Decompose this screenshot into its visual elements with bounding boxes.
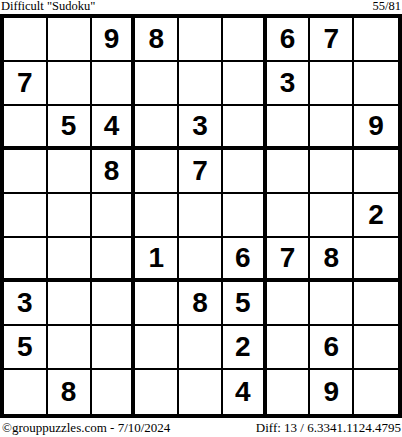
cell-r4c5[interactable]: 7 xyxy=(179,150,223,194)
cell-r1c8[interactable]: 7 xyxy=(310,18,354,62)
cell-r3c4[interactable] xyxy=(135,106,179,150)
cell-r3c7[interactable] xyxy=(267,106,311,150)
cell-r8c1[interactable]: 5 xyxy=(4,326,48,370)
cell-r5c5[interactable] xyxy=(179,194,223,238)
cell-r6c1[interactable] xyxy=(4,238,48,282)
cell-r4c1[interactable] xyxy=(4,150,48,194)
cell-r4c6[interactable] xyxy=(223,150,267,194)
cell-r5c1[interactable] xyxy=(4,194,48,238)
cell-r9c2[interactable]: 8 xyxy=(48,370,92,414)
sudoku-page: Difficult "Sudoku" 55/81 986773543987216… xyxy=(0,0,402,437)
cell-r3c5[interactable]: 3 xyxy=(179,106,223,150)
cell-r2c2[interactable] xyxy=(48,62,92,106)
cell-r8c2[interactable] xyxy=(48,326,92,370)
cell-r9c7[interactable] xyxy=(267,370,311,414)
cell-r2c9[interactable] xyxy=(354,62,398,106)
cell-r1c2[interactable] xyxy=(48,18,92,62)
cell-r6c3[interactable] xyxy=(92,238,136,282)
cell-r9c5[interactable] xyxy=(179,370,223,414)
cell-r7c6[interactable]: 5 xyxy=(223,282,267,326)
cell-r5c4[interactable] xyxy=(135,194,179,238)
cell-r9c8[interactable]: 9 xyxy=(310,370,354,414)
cell-r2c4[interactable] xyxy=(135,62,179,106)
cell-r6c2[interactable] xyxy=(48,238,92,282)
cell-r7c7[interactable] xyxy=(267,282,311,326)
cell-r3c3[interactable]: 4 xyxy=(92,106,136,150)
cell-r9c1[interactable] xyxy=(4,370,48,414)
cell-r9c4[interactable] xyxy=(135,370,179,414)
cell-r5c7[interactable] xyxy=(267,194,311,238)
cell-r9c9[interactable] xyxy=(354,370,398,414)
cell-r2c7[interactable]: 3 xyxy=(267,62,311,106)
cell-r7c4[interactable] xyxy=(135,282,179,326)
sudoku-board: 98677354398721678385526849 xyxy=(0,14,402,418)
cell-r6c4[interactable]: 1 xyxy=(135,238,179,282)
footer: ©grouppuzzles.com - 7/10/2024 Diff: 13 /… xyxy=(0,418,402,437)
cell-r8c8[interactable]: 6 xyxy=(310,326,354,370)
cell-r7c5[interactable]: 8 xyxy=(179,282,223,326)
cell-r1c6[interactable] xyxy=(223,18,267,62)
difficulty-text: Diff: 13 / 6.3341.1124.4795 xyxy=(256,419,401,437)
cell-r9c6[interactable]: 4 xyxy=(223,370,267,414)
cell-r7c9[interactable] xyxy=(354,282,398,326)
cell-r3c2[interactable]: 5 xyxy=(48,106,92,150)
cell-r8c6[interactable]: 2 xyxy=(223,326,267,370)
cell-r4c3[interactable]: 8 xyxy=(92,150,136,194)
page-title: Difficult "Sudoku" xyxy=(1,0,95,13)
cell-r4c4[interactable] xyxy=(135,150,179,194)
cell-r8c5[interactable] xyxy=(179,326,223,370)
cell-r4c7[interactable] xyxy=(267,150,311,194)
cell-r2c5[interactable] xyxy=(179,62,223,106)
cell-r6c9[interactable] xyxy=(354,238,398,282)
cell-r6c6[interactable]: 6 xyxy=(223,238,267,282)
progress-counter: 55/81 xyxy=(373,0,401,13)
cell-r1c3[interactable]: 9 xyxy=(92,18,136,62)
cell-r2c6[interactable] xyxy=(223,62,267,106)
copyright-text: ©grouppuzzles.com - 7/10/2024 xyxy=(2,419,170,437)
cell-r6c7[interactable]: 7 xyxy=(267,238,311,282)
cell-r7c8[interactable] xyxy=(310,282,354,326)
cell-r4c2[interactable] xyxy=(48,150,92,194)
cell-r1c5[interactable] xyxy=(179,18,223,62)
cell-r8c9[interactable] xyxy=(354,326,398,370)
cell-r4c8[interactable] xyxy=(310,150,354,194)
cell-r8c7[interactable] xyxy=(267,326,311,370)
cell-r5c8[interactable] xyxy=(310,194,354,238)
cell-r3c9[interactable]: 9 xyxy=(354,106,398,150)
cell-r3c6[interactable] xyxy=(223,106,267,150)
cell-r2c3[interactable] xyxy=(92,62,136,106)
cell-r4c9[interactable] xyxy=(354,150,398,194)
cell-r3c8[interactable] xyxy=(310,106,354,150)
cell-r5c2[interactable] xyxy=(48,194,92,238)
cell-r5c3[interactable] xyxy=(92,194,136,238)
header: Difficult "Sudoku" 55/81 xyxy=(0,0,402,14)
cell-r9c3[interactable] xyxy=(92,370,136,414)
cell-r8c4[interactable] xyxy=(135,326,179,370)
cell-r7c2[interactable] xyxy=(48,282,92,326)
cell-r1c4[interactable]: 8 xyxy=(135,18,179,62)
cell-r1c7[interactable]: 6 xyxy=(267,18,311,62)
cell-r1c9[interactable] xyxy=(354,18,398,62)
cell-r2c1[interactable]: 7 xyxy=(4,62,48,106)
cell-r5c9[interactable]: 2 xyxy=(354,194,398,238)
cell-r2c8[interactable] xyxy=(310,62,354,106)
cell-r6c8[interactable]: 8 xyxy=(310,238,354,282)
cell-r7c3[interactable] xyxy=(92,282,136,326)
cell-r1c1[interactable] xyxy=(4,18,48,62)
cell-r8c3[interactable] xyxy=(92,326,136,370)
cell-r7c1[interactable]: 3 xyxy=(4,282,48,326)
cell-r5c6[interactable] xyxy=(223,194,267,238)
cell-r3c1[interactable] xyxy=(4,106,48,150)
cell-r6c5[interactable] xyxy=(179,238,223,282)
